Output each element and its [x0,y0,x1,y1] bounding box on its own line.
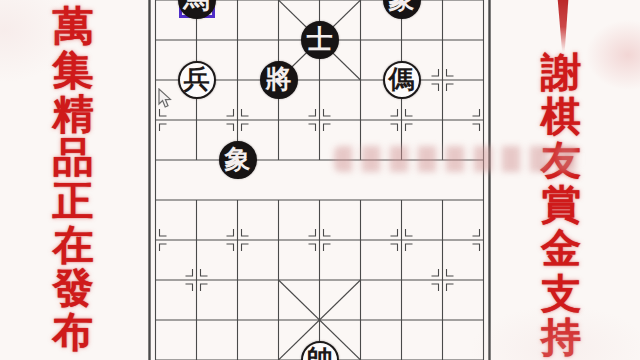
board-point: 象 [381,0,422,20]
board-point: 帥 [299,340,340,360]
banner-char: 持 [538,315,584,359]
piece-red-soldier[interactable]: 兵 [178,61,216,99]
piece-red-general[interactable]: 帥 [301,341,339,360]
xiangqi-board[interactable]: 馬象士兵將傌象帥 [134,0,506,360]
banner-char: 謝 [538,50,584,94]
piece-black-elephant[interactable]: 象 [383,0,421,19]
board-point: 馬 [176,0,217,20]
piece-black-elephant[interactable]: 象 [219,141,257,179]
mouse-cursor-icon [158,88,174,110]
banner-char: 金 [538,227,584,271]
board-point: 士 [299,20,340,60]
board-point: 兵 [176,60,217,100]
video-frame: 萬集精品正在發布 謝棋友賞金支持 馬象士兵將傌象帥 [0,0,640,360]
river-watermark [334,146,580,172]
piece-black-advisor[interactable]: 士 [301,21,339,59]
piece-black-general[interactable]: 將 [260,61,298,99]
banner-char: 賞 [538,183,584,227]
board-point: 將 [258,60,299,100]
left-banner: 萬集精品正在發布 [50,5,96,355]
banner-char: 支 [538,271,584,315]
right-banner: 謝棋友賞金支持 [538,50,584,359]
banner-char: 棋 [538,94,584,138]
board-point: 象 [217,140,258,180]
banner-char: 布 [50,311,96,355]
board-point: 傌 [381,60,422,100]
piece-red-horse[interactable]: 傌 [383,61,421,99]
piece-grid: 馬象士兵將傌象帥 [135,0,504,360]
